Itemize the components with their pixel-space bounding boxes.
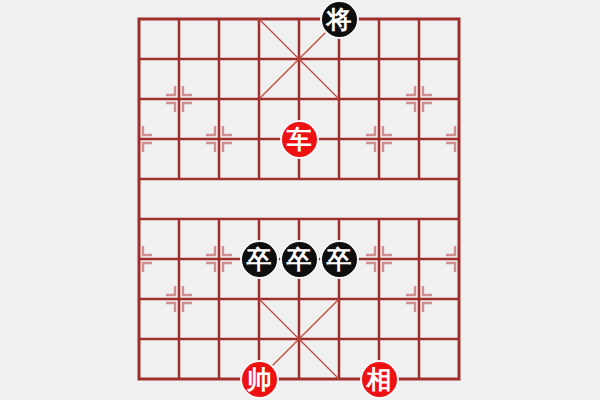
piece-black-soldier-2[interactable]: 卒 xyxy=(282,242,317,277)
piece-red-elephant[interactable]: 相 xyxy=(362,362,397,397)
piece-red-general[interactable]: 帅 xyxy=(242,362,277,397)
piece-black-soldier-3[interactable]: 卒 xyxy=(322,242,357,277)
piece-layer: 将车卒卒卒帅相 xyxy=(119,0,479,399)
piece-red-chariot[interactable]: 车 xyxy=(282,122,317,157)
xiangqi-board: 将车卒卒卒帅相 xyxy=(0,0,600,400)
piece-black-soldier-1[interactable]: 卒 xyxy=(242,242,277,277)
piece-black-general[interactable]: 将 xyxy=(322,2,357,37)
